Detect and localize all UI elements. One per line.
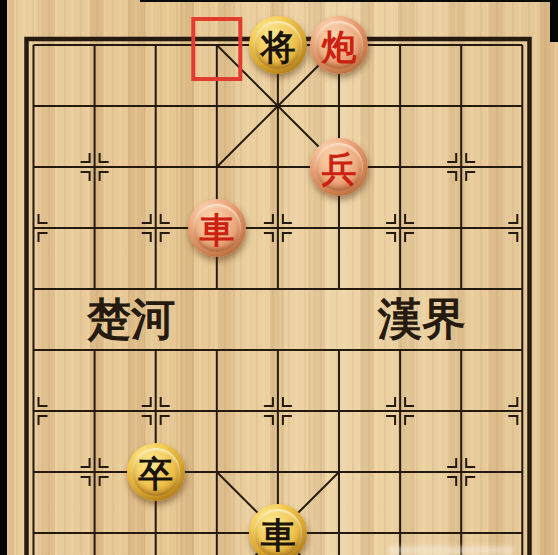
black-soldier[interactable]: 卒 xyxy=(127,443,185,501)
xiangqi-app: 楚河漢界 将炮兵車卒車 xyxy=(0,0,558,555)
piece-glyph: 兵 xyxy=(322,151,357,186)
red-soldier[interactable]: 兵 xyxy=(310,138,368,196)
xiangqi-board[interactable]: 楚河漢界 xyxy=(0,0,558,555)
red-chariot[interactable]: 車 xyxy=(188,199,246,257)
top-right-black-corner xyxy=(550,0,558,42)
left-black-edge xyxy=(0,0,7,555)
red-cannon[interactable]: 炮 xyxy=(310,16,368,74)
black-chariot[interactable]: 車 xyxy=(249,504,307,555)
river-label-right: 漢界 xyxy=(377,293,466,344)
bottom-watermark-smudge xyxy=(388,546,514,555)
piece-glyph: 将 xyxy=(260,29,295,64)
black-general[interactable]: 将 xyxy=(249,16,307,74)
piece-glyph: 炮 xyxy=(322,29,357,64)
piece-glyph: 車 xyxy=(199,212,234,247)
piece-glyph: 車 xyxy=(260,517,295,552)
river-label-left: 楚河 xyxy=(86,293,175,344)
top-black-edge xyxy=(140,0,558,2)
piece-glyph: 卒 xyxy=(138,456,173,491)
